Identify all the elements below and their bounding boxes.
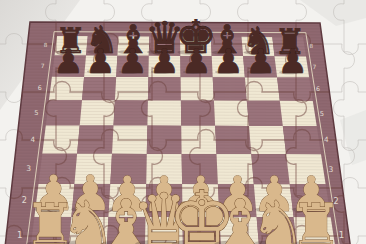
rank-label-left-7: 7 [41, 62, 45, 69]
rank-label-right-7: 7 [313, 63, 317, 70]
square-h5[interactable] [280, 101, 317, 126]
square-a5[interactable] [46, 100, 82, 125]
piece-black-pawn-f7[interactable]: ♟ [213, 42, 243, 81]
chess-board-scene: 8877665544332211♜♞♝♛♚♝♞♜♟♟♟♟♟♟♟♟♟♟♟♟♟♟♟♟… [0, 0, 366, 244]
square-g5[interactable] [247, 101, 283, 126]
piece-black-pawn-b7[interactable]: ♟ [85, 42, 115, 81]
rank-label-left-6: 6 [38, 84, 42, 91]
square-b5[interactable] [80, 100, 115, 125]
rank-label-left-1: 1 [17, 230, 23, 240]
rank-label-right-4: 4 [324, 135, 329, 144]
piece-black-pawn-g7[interactable]: ♟ [245, 42, 275, 81]
rank-label-right-8: 8 [309, 43, 313, 49]
rank-label-left-8: 8 [44, 42, 48, 48]
piece-black-pawn-c7[interactable]: ♟ [117, 42, 147, 81]
piece-black-pawn-a7[interactable]: ♟ [53, 42, 83, 81]
rank-label-left-4: 4 [30, 135, 35, 144]
chessboard-photo: 8877665544332211♜♞♝♛♚♝♞♜♟♟♟♟♟♟♟♟♟♟♟♟♟♟♟♟… [0, 0, 366, 244]
square-f5[interactable] [214, 101, 249, 126]
piece-black-pawn-e7[interactable]: ♟ [181, 42, 211, 81]
rank-label-left-3: 3 [26, 164, 31, 173]
piece-black-pawn-d7[interactable]: ♟ [149, 42, 179, 81]
rank-label-right-5: 5 [320, 110, 324, 118]
rank-label-right-6: 6 [316, 85, 320, 92]
piece-white-rook-h1[interactable]: ♜ [290, 191, 342, 244]
piece-black-pawn-h7[interactable]: ♟ [277, 42, 307, 81]
rank-label-left-5: 5 [34, 109, 38, 117]
